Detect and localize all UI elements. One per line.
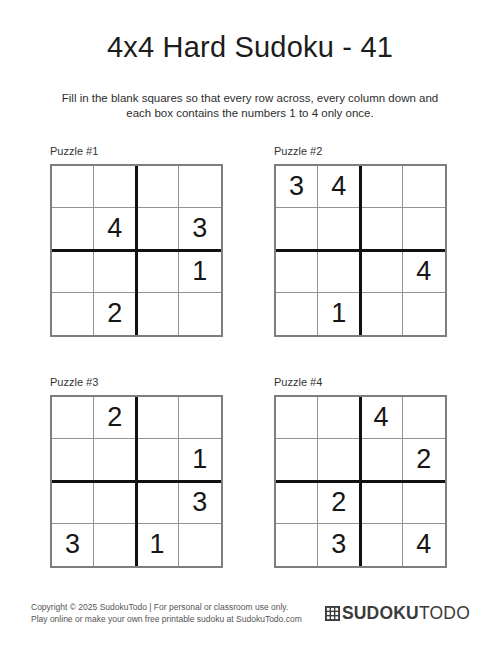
puzzle4-cell-r1c2[interactable] xyxy=(318,397,360,439)
copyright-line-2: Play online or make your own free printa… xyxy=(31,613,302,625)
puzzle3-cell-r3c2[interactable] xyxy=(94,482,136,524)
puzzle2-cell-r3c1[interactable] xyxy=(276,251,318,293)
puzzle1-cell-r4c3[interactable] xyxy=(137,293,179,335)
copyright-text: Copyright © 2025 SudokuTodo | For person… xyxy=(31,601,302,625)
copyright-line-1: Copyright © 2025 SudokuTodo | For person… xyxy=(31,601,302,613)
puzzle4-cell-r2c2[interactable] xyxy=(318,439,360,481)
puzzle2-cell-r3c4[interactable]: 4 xyxy=(403,251,445,293)
puzzle4-cell-r4c4[interactable]: 4 xyxy=(403,524,445,566)
puzzle1-cell-r4c4[interactable] xyxy=(179,293,221,335)
board: 4312 xyxy=(50,164,223,337)
puzzle1-cell-r2c3[interactable] xyxy=(137,208,179,250)
puzzle3-cell-r1c3[interactable] xyxy=(137,397,179,439)
puzzle1-cell-r2c2[interactable]: 4 xyxy=(94,208,136,250)
puzzle4-cell-r1c3[interactable]: 4 xyxy=(361,397,403,439)
instructions: Fill in the blank squares so that every … xyxy=(0,91,500,120)
puzzle2-cell-r4c3[interactable] xyxy=(361,293,403,335)
puzzle1-cell-r3c4[interactable]: 1 xyxy=(179,251,221,293)
puzzle3-cell-r2c2[interactable] xyxy=(94,439,136,481)
puzzle4-cell-r3c4[interactable] xyxy=(403,482,445,524)
puzzle1-cell-r3c3[interactable] xyxy=(137,251,179,293)
puzzle4-cell-r1c4[interactable] xyxy=(403,397,445,439)
puzzle4-cell-r1c1[interactable] xyxy=(276,397,318,439)
footer: Copyright © 2025 SudokuTodo | For person… xyxy=(31,601,470,625)
puzzle2-cell-r1c1[interactable]: 3 xyxy=(276,166,318,208)
puzzle4-cell-r2c1[interactable] xyxy=(276,439,318,481)
puzzle1-cell-r3c2[interactable] xyxy=(94,251,136,293)
puzzle3-cell-r1c4[interactable] xyxy=(179,397,221,439)
puzzle2-cell-r3c2[interactable] xyxy=(318,251,360,293)
puzzle3-cell-r3c1[interactable] xyxy=(52,482,94,524)
puzzle1-cell-r3c1[interactable] xyxy=(52,251,94,293)
puzzle2-cell-r1c4[interactable] xyxy=(403,166,445,208)
instructions-line-1: Fill in the blank squares so that every … xyxy=(0,91,500,106)
puzzle3-cell-r2c3[interactable] xyxy=(137,439,179,481)
puzzle1-cell-r2c1[interactable] xyxy=(52,208,94,250)
puzzle2-cell-r1c3[interactable] xyxy=(361,166,403,208)
puzzle4-cell-r3c1[interactable] xyxy=(276,482,318,524)
puzzle-2-label: Puzzle #2 xyxy=(274,145,447,157)
puzzle-1: Puzzle #1 4312 xyxy=(50,145,223,337)
logo-text-todo: TODO xyxy=(419,603,470,623)
puzzle1-cell-r1c3[interactable] xyxy=(137,166,179,208)
puzzle3-cell-r4c3[interactable]: 1 xyxy=(137,524,179,566)
board: 42234 xyxy=(274,395,447,568)
puzzle3-cell-r1c2[interactable]: 2 xyxy=(94,397,136,439)
puzzle-3: Puzzle #3 21331 xyxy=(50,376,223,568)
puzzle2-cell-r2c3[interactable] xyxy=(361,208,403,250)
puzzle-2: Puzzle #2 3441 xyxy=(274,145,447,337)
puzzle2-cell-r4c1[interactable] xyxy=(276,293,318,335)
puzzle3-cell-r4c2[interactable] xyxy=(94,524,136,566)
puzzle4-cell-r4c1[interactable] xyxy=(276,524,318,566)
puzzle2-cell-r1c2[interactable]: 4 xyxy=(318,166,360,208)
puzzle1-cell-r1c2[interactable] xyxy=(94,166,136,208)
puzzle2-cell-r4c4[interactable] xyxy=(403,293,445,335)
puzzle1-cell-r2c4[interactable]: 3 xyxy=(179,208,221,250)
puzzle4-cell-r4c3[interactable] xyxy=(361,524,403,566)
sudokutodo-logo: SUDOKUTODO xyxy=(325,603,470,624)
puzzle3-cell-r2c4[interactable]: 1 xyxy=(179,439,221,481)
puzzle-4: Puzzle #4 42234 xyxy=(274,376,447,568)
board: 21331 xyxy=(50,395,223,568)
puzzle3-cell-r3c4[interactable]: 3 xyxy=(179,482,221,524)
puzzle4-cell-r4c2[interactable]: 3 xyxy=(318,524,360,566)
puzzle2-cell-r4c2[interactable]: 1 xyxy=(318,293,360,335)
board: 3441 xyxy=(274,164,447,337)
puzzle3-cell-r2c1[interactable] xyxy=(52,439,94,481)
puzzle4-cell-r2c3[interactable] xyxy=(361,439,403,481)
puzzle2-cell-r3c3[interactable] xyxy=(361,251,403,293)
page-title: 4x4 Hard Sudoku - 41 xyxy=(0,0,500,64)
puzzle2-cell-r2c4[interactable] xyxy=(403,208,445,250)
puzzle1-cell-r4c2[interactable]: 2 xyxy=(94,293,136,335)
puzzle4-cell-r3c2[interactable]: 2 xyxy=(318,482,360,524)
puzzle3-cell-r3c3[interactable] xyxy=(137,482,179,524)
grid-logo-icon xyxy=(325,606,340,621)
puzzle-4-label: Puzzle #4 xyxy=(274,376,447,388)
puzzle-3-label: Puzzle #3 xyxy=(50,376,223,388)
puzzle3-cell-r1c1[interactable] xyxy=(52,397,94,439)
puzzle4-cell-r3c3[interactable] xyxy=(361,482,403,524)
puzzles-grid: Puzzle #1 4312 Puzzle #2 3441 Puzzle #3 … xyxy=(0,145,500,568)
puzzle1-cell-r1c4[interactable] xyxy=(179,166,221,208)
printable-sudoku-page: 4x4 Hard Sudoku - 41 Fill in the blank s… xyxy=(0,0,500,647)
puzzle1-cell-r1c1[interactable] xyxy=(52,166,94,208)
puzzle3-cell-r4c4[interactable] xyxy=(179,524,221,566)
instructions-line-2: each box contains the numbers 1 to 4 onl… xyxy=(0,106,500,121)
puzzle2-cell-r2c1[interactable] xyxy=(276,208,318,250)
puzzle2-cell-r2c2[interactable] xyxy=(318,208,360,250)
puzzle3-cell-r4c1[interactable]: 3 xyxy=(52,524,94,566)
puzzle-1-label: Puzzle #1 xyxy=(50,145,223,157)
logo-text: SUDOKUTODO xyxy=(342,603,470,624)
puzzle4-cell-r2c4[interactable]: 2 xyxy=(403,439,445,481)
logo-text-sudoku: SUDOKU xyxy=(342,603,419,623)
puzzle1-cell-r4c1[interactable] xyxy=(52,293,94,335)
